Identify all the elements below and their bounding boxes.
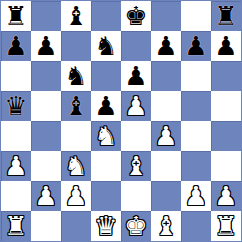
white-queen-icon: ♛ <box>94 211 117 241</box>
black-bishop-icon: ♝ <box>64 91 87 121</box>
white-king-icon: ♚ <box>124 211 147 241</box>
square-a6[interactable] <box>1 61 31 91</box>
square-e4[interactable] <box>121 121 151 151</box>
black-pawn-icon: ♟ <box>214 31 237 61</box>
square-b3[interactable] <box>31 151 61 181</box>
white-rook-icon: ♜ <box>214 211 237 241</box>
black-rook-icon: ♜ <box>4 1 27 31</box>
square-d2[interactable] <box>91 181 121 211</box>
square-f2[interactable] <box>151 181 181 211</box>
square-f7[interactable]: ♟ <box>151 31 181 61</box>
square-d5[interactable]: ♟ <box>91 91 121 121</box>
square-h7[interactable]: ♟ <box>211 31 241 61</box>
white-pawn-icon: ♟ <box>4 151 27 181</box>
black-pawn-icon: ♟ <box>124 61 147 91</box>
chess-board: ♜♝♚♜♟♟♞♟♟♟♞♟♛♝♟♟♞♟♟♞♝♟♟♟♟♜♛♚♝♜ <box>0 0 242 242</box>
white-rook-icon: ♜ <box>4 211 27 241</box>
square-f3[interactable] <box>151 151 181 181</box>
black-king-icon: ♚ <box>124 1 147 31</box>
black-pawn-icon: ♟ <box>4 31 27 61</box>
white-pawn-icon: ♟ <box>154 121 177 151</box>
black-rook-icon: ♜ <box>214 1 237 31</box>
white-pawn-icon: ♟ <box>124 91 147 121</box>
white-pawn-icon: ♟ <box>214 181 237 211</box>
square-b6[interactable] <box>31 61 61 91</box>
square-f5[interactable] <box>151 91 181 121</box>
white-pawn-icon: ♟ <box>184 181 207 211</box>
square-e2[interactable] <box>121 181 151 211</box>
square-h3[interactable] <box>211 151 241 181</box>
square-h1[interactable]: ♜ <box>211 211 241 241</box>
square-g1[interactable] <box>181 211 211 241</box>
square-d6[interactable] <box>91 61 121 91</box>
square-f1[interactable]: ♝ <box>151 211 181 241</box>
square-c6[interactable]: ♞ <box>61 61 91 91</box>
square-h8[interactable]: ♜ <box>211 1 241 31</box>
square-c8[interactable]: ♝ <box>61 1 91 31</box>
square-a1[interactable]: ♜ <box>1 211 31 241</box>
square-e7[interactable] <box>121 31 151 61</box>
square-a2[interactable] <box>1 181 31 211</box>
square-h6[interactable] <box>211 61 241 91</box>
square-h2[interactable]: ♟ <box>211 181 241 211</box>
square-b7[interactable]: ♟ <box>31 31 61 61</box>
square-b2[interactable]: ♟ <box>31 181 61 211</box>
black-pawn-icon: ♟ <box>94 91 117 121</box>
square-e1[interactable]: ♚ <box>121 211 151 241</box>
square-g5[interactable] <box>181 91 211 121</box>
black-pawn-icon: ♟ <box>34 31 57 61</box>
square-a4[interactable] <box>1 121 31 151</box>
square-a5[interactable]: ♛ <box>1 91 31 121</box>
white-bishop-icon: ♝ <box>154 211 177 241</box>
square-b1[interactable] <box>31 211 61 241</box>
square-f4[interactable]: ♟ <box>151 121 181 151</box>
square-c4[interactable] <box>61 121 91 151</box>
square-g4[interactable] <box>181 121 211 151</box>
square-g7[interactable]: ♟ <box>181 31 211 61</box>
chess-board-wrap: ♜♝♚♜♟♟♞♟♟♟♞♟♛♝♟♟♞♟♟♞♝♟♟♟♟♜♛♚♝♜ <box>0 0 242 242</box>
square-c2[interactable]: ♟ <box>61 181 91 211</box>
square-h5[interactable] <box>211 91 241 121</box>
white-knight-icon: ♞ <box>64 151 87 181</box>
black-bishop-icon: ♝ <box>64 1 87 31</box>
square-d7[interactable]: ♞ <box>91 31 121 61</box>
square-b5[interactable] <box>31 91 61 121</box>
square-d4[interactable]: ♞ <box>91 121 121 151</box>
square-g6[interactable] <box>181 61 211 91</box>
square-g8[interactable] <box>181 1 211 31</box>
square-c5[interactable]: ♝ <box>61 91 91 121</box>
black-knight-icon: ♞ <box>94 31 117 61</box>
black-pawn-icon: ♟ <box>184 31 207 61</box>
square-c3[interactable]: ♞ <box>61 151 91 181</box>
white-pawn-icon: ♟ <box>34 181 57 211</box>
square-f8[interactable] <box>151 1 181 31</box>
black-knight-icon: ♞ <box>64 61 87 91</box>
square-d1[interactable]: ♛ <box>91 211 121 241</box>
square-e5[interactable]: ♟ <box>121 91 151 121</box>
square-c1[interactable] <box>61 211 91 241</box>
square-f6[interactable] <box>151 61 181 91</box>
square-a7[interactable]: ♟ <box>1 31 31 61</box>
square-e3[interactable]: ♝ <box>121 151 151 181</box>
black-pawn-icon: ♟ <box>154 31 177 61</box>
white-knight-icon: ♞ <box>94 121 117 151</box>
white-bishop-icon: ♝ <box>124 151 147 181</box>
square-g2[interactable]: ♟ <box>181 181 211 211</box>
square-d8[interactable] <box>91 1 121 31</box>
black-queen-icon: ♛ <box>4 91 27 121</box>
square-b4[interactable] <box>31 121 61 151</box>
square-d3[interactable] <box>91 151 121 181</box>
square-a3[interactable]: ♟ <box>1 151 31 181</box>
square-h4[interactable] <box>211 121 241 151</box>
square-g3[interactable] <box>181 151 211 181</box>
square-a8[interactable]: ♜ <box>1 1 31 31</box>
square-e6[interactable]: ♟ <box>121 61 151 91</box>
square-c7[interactable] <box>61 31 91 61</box>
white-pawn-icon: ♟ <box>64 181 87 211</box>
square-b8[interactable] <box>31 1 61 31</box>
square-e8[interactable]: ♚ <box>121 1 151 31</box>
